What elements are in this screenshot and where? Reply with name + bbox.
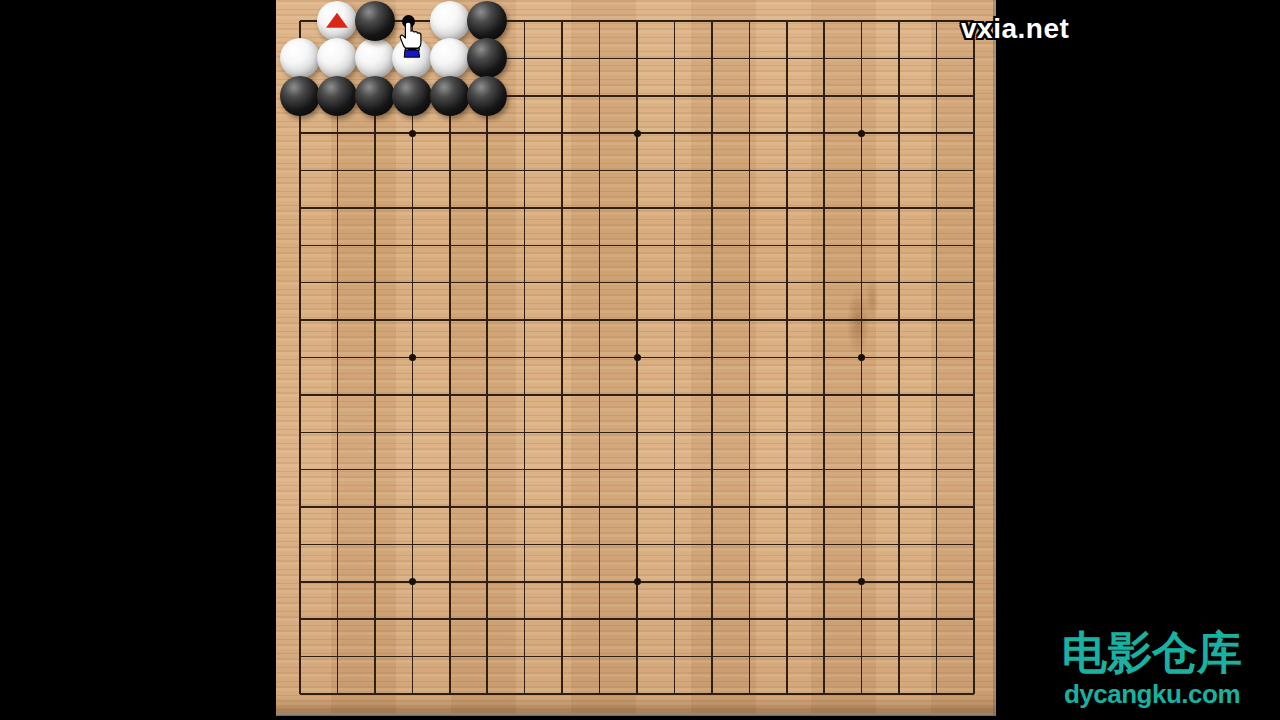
video-frame: vxia.net 电影仓库 dycangku.com bbox=[0, 0, 1280, 720]
grid-line-vertical bbox=[674, 21, 676, 694]
stone-white-C18 bbox=[355, 38, 395, 78]
grid-line-horizontal bbox=[300, 656, 974, 658]
grid-line-vertical bbox=[711, 21, 713, 694]
star-point bbox=[409, 130, 416, 137]
stone-black-F18 bbox=[467, 38, 507, 78]
stone-black-F19 bbox=[467, 1, 507, 41]
hand-cursor-icon bbox=[398, 21, 426, 63]
grid-line-horizontal bbox=[300, 469, 974, 471]
grid-line-horizontal bbox=[300, 544, 974, 546]
stone-black-F17 bbox=[467, 76, 507, 116]
stone-black-E17 bbox=[430, 76, 470, 116]
stone-white-E19 bbox=[430, 1, 470, 41]
star-point bbox=[858, 130, 865, 137]
watermark-dycangku: 电影仓库 dycangku.com bbox=[1058, 628, 1246, 710]
watermark-vxia: vxia.net bbox=[961, 13, 1069, 45]
star-point bbox=[858, 578, 865, 585]
grid-line-horizontal bbox=[300, 693, 974, 695]
board-right-edge bbox=[993, 0, 996, 716]
triangle-marker-icon bbox=[326, 13, 348, 28]
star-point bbox=[858, 354, 865, 361]
star-point bbox=[634, 578, 641, 585]
grid-line-vertical bbox=[786, 21, 788, 694]
grid-line-horizontal bbox=[300, 394, 974, 396]
stone-white-E18 bbox=[430, 38, 470, 78]
grid-line-vertical bbox=[973, 21, 975, 694]
grid-line-vertical bbox=[936, 21, 938, 694]
star-point bbox=[634, 354, 641, 361]
grid-line-vertical bbox=[823, 21, 825, 694]
watermark-url-text: dycangku.com bbox=[1058, 679, 1246, 710]
stone-black-A17 bbox=[280, 76, 320, 116]
board-bottom-shadow bbox=[276, 697, 996, 713]
grid-line-vertical bbox=[898, 21, 900, 694]
stone-white-B19 bbox=[317, 1, 357, 41]
grid-line-horizontal bbox=[300, 618, 974, 620]
star-point bbox=[409, 578, 416, 585]
grid-line-horizontal bbox=[300, 432, 974, 434]
board-bottom-edge bbox=[276, 713, 996, 716]
star-point bbox=[634, 130, 641, 137]
star-point bbox=[409, 354, 416, 361]
stone-white-B18 bbox=[317, 38, 357, 78]
stone-white-A18 bbox=[280, 38, 320, 78]
stone-black-C19 bbox=[355, 1, 395, 41]
watermark-chinese-text: 电影仓库 bbox=[1058, 628, 1246, 678]
grid-line-vertical bbox=[749, 21, 751, 694]
go-board[interactable] bbox=[276, 0, 996, 716]
stone-black-C17 bbox=[355, 76, 395, 116]
stone-black-D17 bbox=[392, 76, 432, 116]
stone-black-B17 bbox=[317, 76, 357, 116]
grid-line-horizontal bbox=[300, 506, 974, 508]
